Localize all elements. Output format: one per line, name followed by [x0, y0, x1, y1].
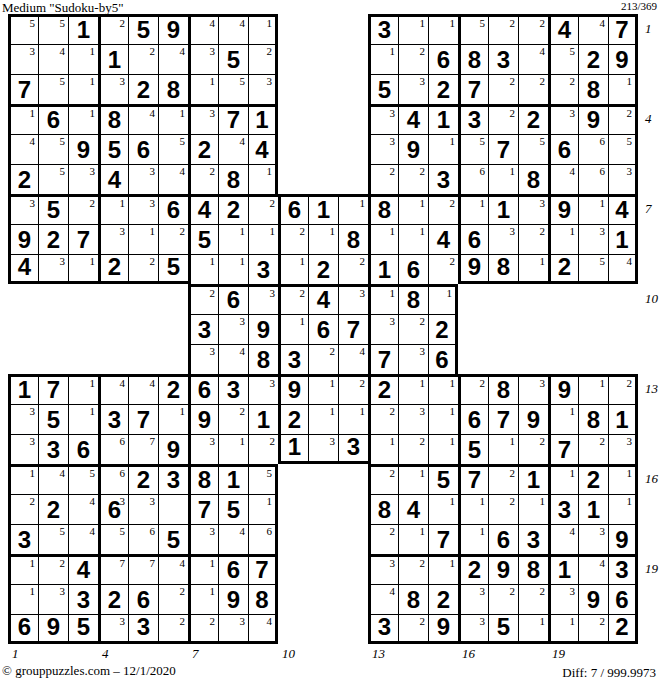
cell-r18c2[interactable]: 5: [38, 524, 68, 554]
cell-r7c11[interactable]: 1: [308, 194, 338, 224]
cell-r19c5[interactable]: 7: [128, 554, 158, 584]
cell-r7c20[interactable]: 1: [578, 194, 608, 224]
cell-r9c18[interactable]: 1: [518, 254, 548, 284]
cell-r9c15[interactable]: 2: [428, 254, 458, 284]
cell-r4c15[interactable]: 1: [428, 104, 458, 134]
cell-r9c19[interactable]: 2: [548, 254, 578, 284]
cell-r15c14[interactable]: 2: [398, 434, 428, 464]
cell-r20c8[interactable]: 9: [218, 584, 248, 614]
cell-r2c5[interactable]: 2: [128, 44, 158, 74]
cell-r3c4[interactable]: 3: [98, 74, 128, 104]
cell-r7c19[interactable]: 9: [548, 194, 578, 224]
cell-r9c17[interactable]: 8: [488, 254, 518, 284]
cell-r16c5[interactable]: 2: [128, 464, 158, 494]
cell-r13c8[interactable]: 3: [218, 374, 248, 404]
cell-r8c6[interactable]: 2: [158, 224, 188, 254]
cell-r20c16[interactable]: 3: [458, 584, 488, 614]
cell-r4c17[interactable]: 2: [488, 104, 518, 134]
cell-r7c5[interactable]: 3: [128, 194, 158, 224]
cell-r21c1[interactable]: 6: [8, 614, 38, 644]
cell-r3c15[interactable]: 2: [428, 74, 458, 104]
cell-r16c18[interactable]: 1: [518, 464, 548, 494]
cell-r5c7[interactable]: 2: [188, 134, 218, 164]
cell-r20c13[interactable]: 4: [368, 584, 398, 614]
cell-r2c13[interactable]: 1: [368, 44, 398, 74]
cell-r20c20[interactable]: 9: [578, 584, 608, 614]
cell-r13c5[interactable]: 4: [128, 374, 158, 404]
cell-r6c5[interactable]: 3: [128, 164, 158, 194]
cell-r7c8[interactable]: 2: [218, 194, 248, 224]
cell-r19c2[interactable]: 2: [38, 554, 68, 584]
cell-r4c21[interactable]: 2: [608, 104, 638, 134]
cell-r5c8[interactable]: 4: [218, 134, 248, 164]
cell-r9c1[interactable]: 4: [8, 254, 38, 284]
cell-r19c7[interactable]: 1: [188, 554, 218, 584]
cell-r21c9[interactable]: 4: [248, 614, 278, 644]
cell-r14c8[interactable]: 2: [218, 404, 248, 434]
cell-r6c3[interactable]: 3: [68, 164, 98, 194]
cell-r8c12[interactable]: 8: [338, 224, 368, 254]
cell-r5c5[interactable]: 6: [128, 134, 158, 164]
cell-r5c13[interactable]: 3: [368, 134, 398, 164]
cell-r17c14[interactable]: 4: [398, 494, 428, 524]
cell-r16c2[interactable]: 4: [38, 464, 68, 494]
cell-r21c4[interactable]: 3: [98, 614, 128, 644]
cell-r1c13[interactable]: 3: [368, 14, 398, 44]
cell-r6c8[interactable]: 8: [218, 164, 248, 194]
cell-r6c16[interactable]: 6: [458, 164, 488, 194]
cell-r9c8[interactable]: 1: [218, 254, 248, 284]
cell-r3c9[interactable]: 3: [248, 74, 278, 104]
cell-r1c8[interactable]: 4: [218, 14, 248, 44]
cell-r17c6[interactable]: [158, 494, 188, 524]
cell-r11c12[interactable]: 7: [338, 314, 368, 344]
cell-r1c16[interactable]: 5: [458, 14, 488, 44]
cell-r18c9[interactable]: 6: [248, 524, 278, 554]
cell-r1c20[interactable]: 4: [578, 14, 608, 44]
cell-r20c7[interactable]: 1: [188, 584, 218, 614]
cell-r14c3[interactable]: 1: [68, 404, 98, 434]
cell-r2c4[interactable]: 1: [98, 44, 128, 74]
cell-r3c13[interactable]: 5: [368, 74, 398, 104]
cell-r16c13[interactable]: 2: [368, 464, 398, 494]
cell-r3c7[interactable]: 1: [188, 74, 218, 104]
cell-r4c16[interactable]: 3: [458, 104, 488, 134]
cell-r10c8[interactable]: 6: [218, 284, 248, 314]
cell-r13c20[interactable]: 1: [578, 374, 608, 404]
cell-r20c15[interactable]: 2: [428, 584, 458, 614]
cell-r15c20[interactable]: 2: [578, 434, 608, 464]
cell-r6c20[interactable]: 6: [578, 164, 608, 194]
cell-r18c20[interactable]: 3: [578, 524, 608, 554]
cell-r12c9[interactable]: 8: [248, 344, 278, 374]
cell-r4c2[interactable]: 6: [38, 104, 68, 134]
cell-r17c8[interactable]: 5: [218, 494, 248, 524]
cell-r19c15[interactable]: 1: [428, 554, 458, 584]
cell-r14c4[interactable]: 3: [98, 404, 128, 434]
cell-r3c6[interactable]: 8: [158, 74, 188, 104]
cell-r8c14[interactable]: 1: [398, 224, 428, 254]
cell-r2c18[interactable]: 4: [518, 44, 548, 74]
cell-r20c14[interactable]: 8: [398, 584, 428, 614]
cell-r2c7[interactable]: 3: [188, 44, 218, 74]
cell-r13c6[interactable]: 2: [158, 374, 188, 404]
cell-r9c6[interactable]: 5: [158, 254, 188, 284]
cell-r5c15[interactable]: 1: [428, 134, 458, 164]
cell-r8c13[interactable]: 1: [368, 224, 398, 254]
cell-r19c21[interactable]: 3: [608, 554, 638, 584]
cell-r7c7[interactable]: 4: [188, 194, 218, 224]
cell-r21c5[interactable]: 3: [128, 614, 158, 644]
cell-r21c20[interactable]: 2: [578, 614, 608, 644]
cell-r8c15[interactable]: 4: [428, 224, 458, 254]
cell-r1c18[interactable]: 2: [518, 14, 548, 44]
cell-r15c17[interactable]: 1: [488, 434, 518, 464]
cell-r9c7[interactable]: 1: [188, 254, 218, 284]
cell-r17c2[interactable]: 2: [38, 494, 68, 524]
cell-r6c13[interactable]: 2: [368, 164, 398, 194]
cell-r4c1[interactable]: 1: [8, 104, 38, 134]
cell-r18c4[interactable]: 5: [98, 524, 128, 554]
cell-r2c14[interactable]: 2: [398, 44, 428, 74]
cell-r5c3[interactable]: 9: [68, 134, 98, 164]
cell-r13c7[interactable]: 6: [188, 374, 218, 404]
cell-r16c16[interactable]: 7: [458, 464, 488, 494]
cell-r14c18[interactable]: 9: [518, 404, 548, 434]
cell-r6c6[interactable]: 4: [158, 164, 188, 194]
cell-r16c19[interactable]: 1: [548, 464, 578, 494]
cell-r19c6[interactable]: 4: [158, 554, 188, 584]
cell-r19c4[interactable]: 7: [98, 554, 128, 584]
cell-r6c2[interactable]: 5: [38, 164, 68, 194]
cell-r19c19[interactable]: 1: [548, 554, 578, 584]
cell-r1c1[interactable]: 5: [8, 14, 38, 44]
cell-r11c7[interactable]: 3: [188, 314, 218, 344]
cell-r3c21[interactable]: 1: [608, 74, 638, 104]
cell-r2c16[interactable]: 8: [458, 44, 488, 74]
cell-r8c9[interactable]: 1: [248, 224, 278, 254]
cell-r16c4[interactable]: 6: [98, 464, 128, 494]
cell-r6c7[interactable]: 2: [188, 164, 218, 194]
cell-r15c19[interactable]: 7: [548, 434, 578, 464]
cell-r20c9[interactable]: 8: [248, 584, 278, 614]
cell-r14c1[interactable]: 3: [8, 404, 38, 434]
cell-r17c19[interactable]: 3: [548, 494, 578, 524]
cell-r10c7[interactable]: 2: [188, 284, 218, 314]
cell-r5c19[interactable]: 6: [548, 134, 578, 164]
cell-r14c5[interactable]: 7: [128, 404, 158, 434]
cell-r18c17[interactable]: 6: [488, 524, 518, 554]
cell-r7c16[interactable]: 1: [458, 194, 488, 224]
cell-r17c1[interactable]: 2: [8, 494, 38, 524]
cell-r18c14[interactable]: 1: [398, 524, 428, 554]
cell-r17c13[interactable]: 8: [368, 494, 398, 524]
cell-r19c1[interactable]: 1: [8, 554, 38, 584]
cell-r7c3[interactable]: 2: [68, 194, 98, 224]
cell-r8c5[interactable]: 1: [128, 224, 158, 254]
cell-r13c14[interactable]: 1: [398, 374, 428, 404]
cell-r8c19[interactable]: 1: [548, 224, 578, 254]
cell-r13c12[interactable]: 2: [338, 374, 368, 404]
cell-r15c13[interactable]: 1: [368, 434, 398, 464]
cell-r13c15[interactable]: 1: [428, 374, 458, 404]
cell-r9c9[interactable]: 3: [248, 254, 278, 284]
cell-r10c13[interactable]: 1: [368, 284, 398, 314]
cell-r21c17[interactable]: 5: [488, 614, 518, 644]
cell-r4c5[interactable]: 4: [128, 104, 158, 134]
cell-r20c17[interactable]: 2: [488, 584, 518, 614]
cell-r21c16[interactable]: 3: [458, 614, 488, 644]
cell-r21c15[interactable]: 9: [428, 614, 458, 644]
cell-r20c6[interactable]: 2: [158, 584, 188, 614]
cell-r13c21[interactable]: 2: [608, 374, 638, 404]
cell-r18c6[interactable]: 5: [158, 524, 188, 554]
cell-r9c12[interactable]: 2: [338, 254, 368, 284]
cell-r5c16[interactable]: 5: [458, 134, 488, 164]
cell-r20c21[interactable]: 6: [608, 584, 638, 614]
cell-r3c1[interactable]: 7: [8, 74, 38, 104]
cell-r2c6[interactable]: 4: [158, 44, 188, 74]
cell-r15c21[interactable]: 3: [608, 434, 638, 464]
cell-r17c21[interactable]: 1: [608, 494, 638, 524]
cell-r17c3[interactable]: 4: [68, 494, 98, 524]
cell-r14c15[interactable]: 1: [428, 404, 458, 434]
cell-r8c20[interactable]: 3: [578, 224, 608, 254]
cell-r13c4[interactable]: 4: [98, 374, 128, 404]
cell-r13c17[interactable]: 8: [488, 374, 518, 404]
cell-r14c7[interactable]: 9: [188, 404, 218, 434]
cell-r15c18[interactable]: 2: [518, 434, 548, 464]
cell-r3c14[interactable]: 3: [398, 74, 428, 104]
cell-r1c19[interactable]: 4: [548, 14, 578, 44]
cell-r16c9[interactable]: 5: [248, 464, 278, 494]
cell-r7c18[interactable]: 3: [518, 194, 548, 224]
cell-r8c18[interactable]: 2: [518, 224, 548, 254]
cell-r8c4[interactable]: 3: [98, 224, 128, 254]
cell-r8c2[interactable]: 2: [38, 224, 68, 254]
cell-r6c9[interactable]: 1: [248, 164, 278, 194]
cell-r3c16[interactable]: 7: [458, 74, 488, 104]
cell-r7c12[interactable]: 1: [338, 194, 368, 224]
cell-r16c15[interactable]: 5: [428, 464, 458, 494]
cell-r14c19[interactable]: 1: [548, 404, 578, 434]
cell-r1c3[interactable]: 1: [68, 14, 98, 44]
cell-r13c3[interactable]: 1: [68, 374, 98, 404]
cell-r15c2[interactable]: 3: [38, 434, 68, 464]
cell-r11c14[interactable]: 2: [398, 314, 428, 344]
cell-r7c10[interactable]: 6: [278, 194, 308, 224]
cell-r21c13[interactable]: 3: [368, 614, 398, 644]
cell-r13c16[interactable]: 2: [458, 374, 488, 404]
cell-r6c14[interactable]: 2: [398, 164, 428, 194]
cell-r13c10[interactable]: 9: [278, 374, 308, 404]
cell-r9c2[interactable]: 3: [38, 254, 68, 284]
cell-r19c14[interactable]: 2: [398, 554, 428, 584]
cell-r21c8[interactable]: 3: [218, 614, 248, 644]
cell-r6c21[interactable]: 3: [608, 164, 638, 194]
cell-r16c1[interactable]: 1: [8, 464, 38, 494]
cell-r8c3[interactable]: 7: [68, 224, 98, 254]
cell-r4c19[interactable]: 3: [548, 104, 578, 134]
cell-r20c18[interactable]: 2: [518, 584, 548, 614]
cell-r7c6[interactable]: 6: [158, 194, 188, 224]
cell-r2c17[interactable]: 3: [488, 44, 518, 74]
cell-r14c10[interactable]: 2: [278, 404, 308, 434]
cell-r1c7[interactable]: 4: [188, 14, 218, 44]
cell-r8c7[interactable]: 5: [188, 224, 218, 254]
cell-r20c19[interactable]: 3: [548, 584, 578, 614]
cell-r5c18[interactable]: 5: [518, 134, 548, 164]
cell-r2c20[interactable]: 2: [578, 44, 608, 74]
cell-r8c10[interactable]: 2: [278, 224, 308, 254]
cell-r6c1[interactable]: 2: [8, 164, 38, 194]
cell-r15c8[interactable]: 1: [218, 434, 248, 464]
cell-r10c15[interactable]: 1: [428, 284, 458, 314]
cell-r10c12[interactable]: 3: [338, 284, 368, 314]
cell-r14c2[interactable]: 5: [38, 404, 68, 434]
cell-r9c14[interactable]: 6: [398, 254, 428, 284]
cell-r4c13[interactable]: 3: [368, 104, 398, 134]
cell-r11c15[interactable]: 2: [428, 314, 458, 344]
cell-r9c10[interactable]: 1: [278, 254, 308, 284]
cell-r12c15[interactable]: 6: [428, 344, 458, 374]
cell-r1c21[interactable]: 7: [608, 14, 638, 44]
cell-r1c9[interactable]: 1: [248, 14, 278, 44]
cell-r13c2[interactable]: 7: [38, 374, 68, 404]
cell-r7c17[interactable]: 1: [488, 194, 518, 224]
cell-r9c21[interactable]: 4: [608, 254, 638, 284]
cell-r15c15[interactable]: 1: [428, 434, 458, 464]
cell-r18c18[interactable]: 3: [518, 524, 548, 554]
cell-r4c14[interactable]: 4: [398, 104, 428, 134]
cell-r21c18[interactable]: 1: [518, 614, 548, 644]
cell-r15c1[interactable]: 3: [8, 434, 38, 464]
cell-r3c5[interactable]: 2: [128, 74, 158, 104]
cell-r1c15[interactable]: 1: [428, 14, 458, 44]
cell-r5c17[interactable]: 7: [488, 134, 518, 164]
cell-r1c4[interactable]: 2: [98, 14, 128, 44]
cell-r1c14[interactable]: 1: [398, 14, 428, 44]
cell-r8c8[interactable]: 1: [218, 224, 248, 254]
cell-r4c6[interactable]: 1: [158, 104, 188, 134]
cell-r19c17[interactable]: 9: [488, 554, 518, 584]
cell-r17c9[interactable]: 1: [248, 494, 278, 524]
cell-r2c8[interactable]: 5: [218, 44, 248, 74]
cell-r1c5[interactable]: 5: [128, 14, 158, 44]
cell-r3c3[interactable]: 1: [68, 74, 98, 104]
cell-r14c12[interactable]: 1: [338, 404, 368, 434]
cell-r2c9[interactable]: 2: [248, 44, 278, 74]
cell-r21c6[interactable]: 2: [158, 614, 188, 644]
cell-r7c4[interactable]: 1: [98, 194, 128, 224]
cell-r16c7[interactable]: 8: [188, 464, 218, 494]
cell-r5c2[interactable]: 5: [38, 134, 68, 164]
cell-r16c21[interactable]: 1: [608, 464, 638, 494]
cell-r17c16[interactable]: 1: [458, 494, 488, 524]
cell-r13c11[interactable]: 1: [308, 374, 338, 404]
cell-r20c3[interactable]: 3: [68, 584, 98, 614]
cell-r17c18[interactable]: 1: [518, 494, 548, 524]
cell-r17c5[interactable]: 3: [128, 494, 158, 524]
cell-r19c8[interactable]: 6: [218, 554, 248, 584]
cell-r17c4[interactable]: 63: [98, 494, 128, 524]
cell-r3c19[interactable]: 2: [548, 74, 578, 104]
cell-r15c16[interactable]: 5: [458, 434, 488, 464]
cell-r18c3[interactable]: 4: [68, 524, 98, 554]
cell-r7c2[interactable]: 5: [38, 194, 68, 224]
cell-r15c5[interactable]: 7: [128, 434, 158, 464]
cell-r7c9[interactable]: 2: [248, 194, 278, 224]
cell-r16c8[interactable]: 1: [218, 464, 248, 494]
cell-r15c7[interactable]: 3: [188, 434, 218, 464]
cell-r6c19[interactable]: 4: [548, 164, 578, 194]
cell-r4c9[interactable]: 1: [248, 104, 278, 134]
cell-r20c2[interactable]: 3: [38, 584, 68, 614]
cell-r11c13[interactable]: 3: [368, 314, 398, 344]
cell-r16c6[interactable]: 3: [158, 464, 188, 494]
cell-r4c18[interactable]: 2: [518, 104, 548, 134]
cell-r13c19[interactable]: 9: [548, 374, 578, 404]
cell-r7c21[interactable]: 4: [608, 194, 638, 224]
cell-r18c16[interactable]: 1: [458, 524, 488, 554]
cell-r17c20[interactable]: 1: [578, 494, 608, 524]
cell-r21c19[interactable]: 1: [548, 614, 578, 644]
cell-r16c20[interactable]: 2: [578, 464, 608, 494]
cell-r5c20[interactable]: 6: [578, 134, 608, 164]
cell-r4c7[interactable]: 3: [188, 104, 218, 134]
cell-r15c10[interactable]: 1: [278, 434, 308, 464]
cell-r8c1[interactable]: 9: [8, 224, 38, 254]
cell-r2c1[interactable]: 3: [8, 44, 38, 74]
cell-r4c8[interactable]: 7: [218, 104, 248, 134]
cell-r9c4[interactable]: 2: [98, 254, 128, 284]
cell-r19c18[interactable]: 8: [518, 554, 548, 584]
cell-r18c8[interactable]: 4: [218, 524, 248, 554]
cell-r19c16[interactable]: 2: [458, 554, 488, 584]
cell-r12c14[interactable]: 3: [398, 344, 428, 374]
cell-r8c21[interactable]: 1: [608, 224, 638, 254]
cell-r14c21[interactable]: 1: [608, 404, 638, 434]
cell-r21c7[interactable]: 2: [188, 614, 218, 644]
cell-r18c15[interactable]: 7: [428, 524, 458, 554]
cell-r6c18[interactable]: 8: [518, 164, 548, 194]
cell-r4c20[interactable]: 9: [578, 104, 608, 134]
cell-r8c11[interactable]: 1: [308, 224, 338, 254]
cell-r8c16[interactable]: 6: [458, 224, 488, 254]
cell-r13c18[interactable]: 3: [518, 374, 548, 404]
cell-r2c3[interactable]: 1: [68, 44, 98, 74]
cell-r7c15[interactable]: 2: [428, 194, 458, 224]
cell-r2c15[interactable]: 6: [428, 44, 458, 74]
cell-r2c2[interactable]: 4: [38, 44, 68, 74]
cell-r12c7[interactable]: 3: [188, 344, 218, 374]
cell-r11c10[interactable]: 1: [278, 314, 308, 344]
cell-r10c11[interactable]: 4: [308, 284, 338, 314]
cell-r9c3[interactable]: 1: [68, 254, 98, 284]
cell-r11c11[interactable]: 6: [308, 314, 338, 344]
cell-r18c19[interactable]: 4: [548, 524, 578, 554]
cell-r12c11[interactable]: 2: [308, 344, 338, 374]
cell-r11c8[interactable]: 3: [218, 314, 248, 344]
cell-r15c3[interactable]: 6: [68, 434, 98, 464]
cell-r12c13[interactable]: 7: [368, 344, 398, 374]
cell-r14c20[interactable]: 8: [578, 404, 608, 434]
cell-r7c1[interactable]: 3: [8, 194, 38, 224]
cell-r1c17[interactable]: 2: [488, 14, 518, 44]
cell-r6c15[interactable]: 3: [428, 164, 458, 194]
cell-r20c1[interactable]: 1: [8, 584, 38, 614]
cell-r10c9[interactable]: 3: [248, 284, 278, 314]
